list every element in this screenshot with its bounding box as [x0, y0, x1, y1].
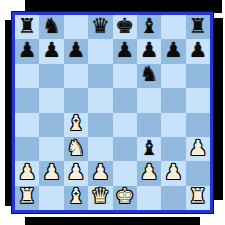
square-h1[interactable]: ♜	[186, 186, 210, 210]
square-b6[interactable]	[39, 64, 63, 88]
piece-white-bishop[interactable]: ♝	[67, 113, 86, 134]
square-e8[interactable]: ♚	[113, 15, 137, 39]
square-c6[interactable]	[64, 64, 88, 88]
piece-white-pawn[interactable]: ♟	[91, 162, 110, 183]
piece-black-pawn[interactable]: ♟	[18, 40, 37, 61]
square-c1[interactable]: ♝	[64, 186, 88, 210]
square-h4[interactable]	[186, 113, 210, 137]
square-d8[interactable]: ♛	[88, 15, 112, 39]
square-c5[interactable]	[64, 88, 88, 112]
square-g4[interactable]	[161, 113, 185, 137]
square-e4[interactable]	[113, 113, 137, 137]
square-a3[interactable]	[15, 137, 39, 161]
square-f6[interactable]: ♞	[137, 64, 161, 88]
square-c3[interactable]: ♞	[64, 137, 88, 161]
piece-black-pawn[interactable]: ♟	[188, 40, 207, 61]
square-f3[interactable]: ♝	[137, 137, 161, 161]
square-a5[interactable]	[15, 88, 39, 112]
square-b1[interactable]	[39, 186, 63, 210]
square-a4[interactable]	[15, 113, 39, 137]
piece-white-queen[interactable]: ♛	[91, 186, 110, 207]
square-a7[interactable]: ♟	[15, 39, 39, 63]
square-b4[interactable]	[39, 113, 63, 137]
square-d1[interactable]: ♛	[88, 186, 112, 210]
piece-black-pawn[interactable]: ♟	[140, 40, 159, 61]
chess-board[interactable]: ♜♞♛♚♝♜♟♟♟♟♟♟♟♞♝♞♝♟♟♟♟♟♟♟♜♝♛♚♜	[12, 12, 213, 213]
square-e3[interactable]	[113, 137, 137, 161]
piece-black-pawn[interactable]: ♟	[115, 40, 134, 61]
square-g5[interactable]	[161, 88, 185, 112]
square-h8[interactable]: ♜	[186, 15, 210, 39]
piece-black-king[interactable]: ♚	[115, 16, 134, 37]
chess-diagram: ♜♞♛♚♝♜♟♟♟♟♟♟♟♞♝♞♝♟♟♟♟♟♟♟♜♝♛♚♜	[0, 0, 225, 225]
square-e5[interactable]	[113, 88, 137, 112]
square-c7[interactable]: ♟	[64, 39, 88, 63]
square-g6[interactable]	[161, 64, 185, 88]
square-g7[interactable]: ♟	[161, 39, 185, 63]
square-f5[interactable]	[137, 88, 161, 112]
square-f7[interactable]: ♟	[137, 39, 161, 63]
square-d7[interactable]	[88, 39, 112, 63]
square-b5[interactable]	[39, 88, 63, 112]
square-b2[interactable]: ♟	[39, 161, 63, 185]
piece-white-pawn[interactable]: ♟	[188, 138, 207, 159]
piece-white-rook[interactable]: ♜	[188, 186, 207, 207]
square-g2[interactable]: ♟	[161, 161, 185, 185]
piece-black-pawn[interactable]: ♟	[42, 40, 61, 61]
square-g8[interactable]	[161, 15, 185, 39]
square-d4[interactable]	[88, 113, 112, 137]
board-shadow-right	[214, 18, 223, 200]
square-h7[interactable]: ♟	[186, 39, 210, 63]
piece-white-pawn[interactable]: ♟	[67, 162, 86, 183]
square-h6[interactable]	[186, 64, 210, 88]
piece-white-pawn[interactable]: ♟	[164, 162, 183, 183]
square-e7[interactable]: ♟	[113, 39, 137, 63]
square-a1[interactable]: ♜	[15, 186, 39, 210]
square-b7[interactable]: ♟	[39, 39, 63, 63]
piece-white-pawn[interactable]: ♟	[18, 162, 37, 183]
square-e1[interactable]: ♚	[113, 186, 137, 210]
square-g3[interactable]	[161, 137, 185, 161]
piece-black-bishop[interactable]: ♝	[140, 16, 159, 37]
square-a2[interactable]: ♟	[15, 161, 39, 185]
piece-black-knight[interactable]: ♞	[140, 64, 159, 85]
square-f4[interactable]	[137, 113, 161, 137]
piece-white-pawn[interactable]: ♟	[42, 162, 61, 183]
board-shadow-bottom	[25, 217, 200, 225]
piece-white-rook[interactable]: ♜	[18, 186, 37, 207]
piece-black-pawn[interactable]: ♟	[164, 40, 183, 61]
square-d3[interactable]	[88, 137, 112, 161]
square-c8[interactable]	[64, 15, 88, 39]
square-b8[interactable]: ♞	[39, 15, 63, 39]
square-c2[interactable]: ♟	[64, 161, 88, 185]
square-f1[interactable]	[137, 186, 161, 210]
square-c4[interactable]: ♝	[64, 113, 88, 137]
square-d6[interactable]	[88, 64, 112, 88]
piece-white-pawn[interactable]: ♟	[140, 162, 159, 183]
square-g1[interactable]	[161, 186, 185, 210]
piece-black-bishop[interactable]: ♝	[140, 138, 159, 159]
piece-white-knight[interactable]: ♞	[67, 138, 86, 159]
square-f8[interactable]: ♝	[137, 15, 161, 39]
square-b3[interactable]	[39, 137, 63, 161]
piece-black-knight[interactable]: ♞	[42, 16, 61, 37]
piece-black-rook[interactable]: ♜	[18, 16, 37, 37]
piece-black-queen[interactable]: ♛	[91, 16, 110, 37]
piece-black-pawn[interactable]: ♟	[67, 40, 86, 61]
square-d2[interactable]: ♟	[88, 161, 112, 185]
square-e2[interactable]	[113, 161, 137, 185]
square-h2[interactable]	[186, 161, 210, 185]
square-f2[interactable]: ♟	[137, 161, 161, 185]
square-e6[interactable]	[113, 64, 137, 88]
square-h3[interactable]: ♟	[186, 137, 210, 161]
square-h5[interactable]	[186, 88, 210, 112]
piece-black-rook[interactable]: ♜	[188, 16, 207, 37]
square-a8[interactable]: ♜	[15, 15, 39, 39]
square-a6[interactable]	[15, 64, 39, 88]
piece-white-bishop[interactable]: ♝	[67, 186, 86, 207]
square-d5[interactable]	[88, 88, 112, 112]
piece-white-king[interactable]: ♚	[115, 186, 134, 207]
